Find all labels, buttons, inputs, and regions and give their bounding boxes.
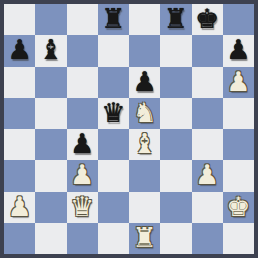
black-rook-d8[interactable]: ♜ [101, 5, 125, 32]
square-e5[interactable]: ♞ [129, 98, 160, 129]
chess-board-frame: ♜♜♚♟♝♟♟♟♛♞♟♝♟♟♟♛♚♜ [0, 0, 258, 258]
square-a7[interactable]: ♟ [4, 35, 35, 66]
square-c2[interactable]: ♛ [67, 192, 98, 223]
square-b2[interactable] [35, 192, 66, 223]
square-d7[interactable] [98, 35, 129, 66]
square-h6[interactable]: ♟ [223, 67, 254, 98]
square-f5[interactable] [160, 98, 191, 129]
white-king-h2[interactable]: ♚ [226, 193, 250, 220]
white-pawn-g3[interactable]: ♟ [195, 161, 219, 188]
square-c8[interactable] [67, 4, 98, 35]
square-c5[interactable] [67, 98, 98, 129]
square-c4[interactable]: ♟ [67, 129, 98, 160]
square-g6[interactable] [192, 67, 223, 98]
white-pawn-h6[interactable]: ♟ [226, 68, 250, 95]
square-a1[interactable] [4, 223, 35, 254]
square-f4[interactable] [160, 129, 191, 160]
square-d1[interactable] [98, 223, 129, 254]
square-c3[interactable]: ♟ [67, 160, 98, 191]
black-king-g8[interactable]: ♚ [195, 5, 219, 32]
white-pawn-c3[interactable]: ♟ [70, 161, 94, 188]
square-g5[interactable] [192, 98, 223, 129]
square-a3[interactable] [4, 160, 35, 191]
square-d8[interactable]: ♜ [98, 4, 129, 35]
square-g1[interactable] [192, 223, 223, 254]
square-c1[interactable] [67, 223, 98, 254]
square-f8[interactable]: ♜ [160, 4, 191, 35]
square-b4[interactable] [35, 129, 66, 160]
square-a5[interactable] [4, 98, 35, 129]
square-h3[interactable] [223, 160, 254, 191]
square-e1[interactable]: ♜ [129, 223, 160, 254]
white-knight-e5[interactable]: ♞ [133, 99, 157, 126]
black-pawn-e6[interactable]: ♟ [133, 68, 157, 95]
square-a4[interactable] [4, 129, 35, 160]
square-e6[interactable]: ♟ [129, 67, 160, 98]
black-pawn-a7[interactable]: ♟ [8, 36, 32, 63]
white-bishop-e4[interactable]: ♝ [133, 130, 157, 157]
square-d3[interactable] [98, 160, 129, 191]
square-b5[interactable] [35, 98, 66, 129]
square-a2[interactable]: ♟ [4, 192, 35, 223]
chess-board: ♜♜♚♟♝♟♟♟♛♞♟♝♟♟♟♛♚♜ [4, 4, 254, 254]
black-pawn-c4[interactable]: ♟ [70, 130, 94, 157]
square-g4[interactable] [192, 129, 223, 160]
square-g7[interactable] [192, 35, 223, 66]
black-queen-d5[interactable]: ♛ [101, 99, 125, 126]
square-e3[interactable] [129, 160, 160, 191]
square-e4[interactable]: ♝ [129, 129, 160, 160]
square-b7[interactable]: ♝ [35, 35, 66, 66]
square-d4[interactable] [98, 129, 129, 160]
square-h5[interactable] [223, 98, 254, 129]
white-rook-e1[interactable]: ♜ [133, 224, 157, 251]
black-bishop-b7[interactable]: ♝ [39, 36, 63, 63]
square-d2[interactable] [98, 192, 129, 223]
square-g2[interactable] [192, 192, 223, 223]
square-h2[interactable]: ♚ [223, 192, 254, 223]
square-f7[interactable] [160, 35, 191, 66]
square-b3[interactable] [35, 160, 66, 191]
square-h7[interactable]: ♟ [223, 35, 254, 66]
square-e7[interactable] [129, 35, 160, 66]
square-b6[interactable] [35, 67, 66, 98]
square-f1[interactable] [160, 223, 191, 254]
square-h1[interactable] [223, 223, 254, 254]
square-b1[interactable] [35, 223, 66, 254]
square-f2[interactable] [160, 192, 191, 223]
square-c7[interactable] [67, 35, 98, 66]
square-a6[interactable] [4, 67, 35, 98]
square-c6[interactable] [67, 67, 98, 98]
white-pawn-a2[interactable]: ♟ [8, 193, 32, 220]
square-h4[interactable] [223, 129, 254, 160]
square-e2[interactable] [129, 192, 160, 223]
black-rook-f8[interactable]: ♜ [164, 5, 188, 32]
square-g3[interactable]: ♟ [192, 160, 223, 191]
square-d6[interactable] [98, 67, 129, 98]
square-b8[interactable] [35, 4, 66, 35]
square-h8[interactable] [223, 4, 254, 35]
square-a8[interactable] [4, 4, 35, 35]
white-queen-c2[interactable]: ♛ [70, 193, 94, 220]
square-e8[interactable] [129, 4, 160, 35]
square-d5[interactable]: ♛ [98, 98, 129, 129]
square-g8[interactable]: ♚ [192, 4, 223, 35]
square-f3[interactable] [160, 160, 191, 191]
black-pawn-h7[interactable]: ♟ [226, 36, 250, 63]
square-f6[interactable] [160, 67, 191, 98]
